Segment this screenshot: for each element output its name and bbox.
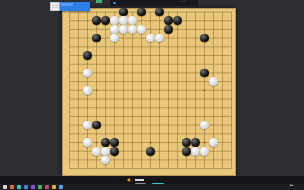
taskbar-app-icon[interactable] [3, 185, 7, 189]
bottom-bar-left-text: ···· ·· [112, 177, 118, 180]
black-stone [182, 147, 191, 156]
white-stone [101, 147, 110, 156]
taskbar-app-icon[interactable] [10, 185, 14, 189]
black-stone [92, 16, 101, 25]
window-title: · ····· · [122, 0, 148, 2]
popup-list-line [52, 5, 58, 6]
white-stone [191, 147, 200, 156]
black-stone [164, 16, 173, 25]
windows-taskbar: ··· ▪▪ [0, 184, 304, 190]
white-stone [119, 25, 128, 34]
black-stone [173, 16, 182, 25]
black-stone [110, 147, 119, 156]
desktop-screen: ······ ···· ··· ·· ···· · ····· · ‒ ▫ × … [0, 0, 304, 190]
white-stone [92, 147, 101, 156]
taskbar-app-icon[interactable] [38, 185, 42, 189]
card-text: ···· [62, 3, 65, 6]
taskbar-app-icon[interactable] [59, 185, 63, 189]
black-stone [110, 138, 119, 147]
taskbar-app-icon[interactable] [31, 185, 35, 189]
white-stone [128, 16, 137, 25]
white-stone [110, 16, 119, 25]
white-stone [83, 138, 92, 147]
black-stone [83, 51, 92, 60]
black-stone [146, 147, 155, 156]
taskbar-app-icon[interactable] [45, 185, 49, 189]
white-stone [209, 77, 218, 86]
white-stone [128, 25, 137, 34]
card-subtext: ·· ··· [62, 8, 67, 11]
black-stone [101, 138, 110, 147]
white-stone [101, 156, 110, 165]
system-tray[interactable]: ··· ▪▪ [286, 184, 302, 190]
black-stone [164, 25, 173, 34]
window-controls-icons[interactable]: ‒ ▫ × [179, 0, 187, 2]
floating-window-titlebar[interactable]: · ····· · ‒ ▫ × [110, 0, 198, 6]
white-stone [200, 147, 209, 156]
white-stone [137, 25, 146, 34]
taskbar-app-icon[interactable] [17, 185, 21, 189]
go-board[interactable] [62, 8, 236, 176]
app-bottom-bar: ···· ·· · ···· ···· ····· ··· [0, 176, 304, 184]
corner-overlay-text: ······ ···· ··· ·· ···· [1, 0, 55, 2]
white-stone [83, 86, 92, 95]
white-stone [119, 16, 128, 25]
white-stone [83, 69, 92, 78]
taskbar-app-icon[interactable] [52, 185, 56, 189]
popup-list-line [52, 10, 58, 11]
white-stone [110, 25, 119, 34]
green-tab[interactable] [96, 0, 102, 3]
white-stone [209, 138, 218, 147]
taskbar-pinned-icons [3, 185, 66, 189]
mini-popup-window[interactable] [50, 2, 60, 11]
taskbar-app-icon[interactable] [24, 185, 28, 189]
window-app-icon [113, 2, 116, 5]
blue-notification-card[interactable]: ···· ·· ··· [60, 2, 90, 11]
black-stone [101, 16, 110, 25]
black-stone [191, 138, 200, 147]
black-stone [182, 138, 191, 147]
bottom-bar-right-text: · ···· ···· [146, 177, 155, 180]
tray-clock-text: ··· ▪▪ [286, 184, 293, 187]
black-stone [200, 69, 209, 78]
popup-list-line [52, 7, 58, 8]
